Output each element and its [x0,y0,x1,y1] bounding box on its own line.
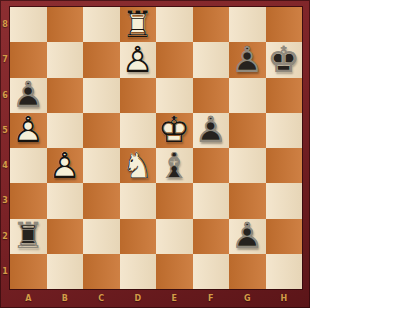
square-a7[interactable] [10,42,47,77]
square-g4[interactable] [229,148,266,183]
square-a3[interactable] [10,183,47,218]
square-h1[interactable] [266,254,303,289]
white-knight-outline: ♘ [122,148,154,184]
square-d6[interactable] [120,78,157,113]
piece-white-knight-d4[interactable]: ♞♘ [120,148,157,183]
square-g1[interactable] [229,254,266,289]
square-a4[interactable] [10,148,47,183]
square-g7[interactable]: ♟♙ [229,42,266,77]
square-e5[interactable]: ♚♔ [156,113,193,148]
square-c2[interactable] [83,219,120,254]
square-e8[interactable] [156,7,193,42]
square-h7[interactable]: ♚♔ [266,42,303,77]
rank-label-8: 8 [0,7,10,42]
white-pawn-outline: ♙ [12,112,44,148]
square-e2[interactable] [156,219,193,254]
square-f5[interactable]: ♟♙ [193,113,230,148]
white-pawn-outline: ♙ [122,42,154,78]
rank-label-4: 4 [0,148,10,183]
square-a1[interactable] [10,254,47,289]
square-b2[interactable] [47,219,84,254]
square-h8[interactable] [266,7,303,42]
file-label-e: E [156,289,193,308]
square-g2[interactable]: ♟♙ [229,219,266,254]
piece-black-pawn-g7[interactable]: ♟♙ [229,42,266,77]
black-rook-outline: ♖ [12,218,44,254]
square-g5[interactable] [229,113,266,148]
square-g6[interactable] [229,78,266,113]
square-h4[interactable] [266,148,303,183]
square-d8[interactable]: ♜♖ [120,7,157,42]
square-f4[interactable] [193,148,230,183]
white-pawn-outline: ♙ [49,148,81,184]
black-pawn-outline: ♙ [231,42,263,78]
piece-black-pawn-a6[interactable]: ♟♙ [10,78,47,113]
square-d4[interactable]: ♞♘ [120,148,157,183]
square-b3[interactable] [47,183,84,218]
white-rook-outline: ♖ [122,7,154,43]
white-king-outline: ♔ [158,112,190,148]
square-g3[interactable] [229,183,266,218]
board-squares: ♜♖♟♙♟♙♚♔♟♙♟♙♚♔♟♙♟♙♞♘♝♗♜♖♟♙ [10,7,302,289]
file-label-c: C [83,289,120,308]
square-a6[interactable]: ♟♙ [10,78,47,113]
file-label-b: B [47,289,84,308]
black-pawn-outline: ♙ [12,77,44,113]
square-f3[interactable] [193,183,230,218]
piece-white-rook-d8[interactable]: ♜♖ [120,7,157,42]
piece-white-pawn-a5[interactable]: ♟♙ [10,113,47,148]
square-g8[interactable] [229,7,266,42]
square-a5[interactable]: ♟♙ [10,113,47,148]
file-label-f: F [193,289,230,308]
black-pawn-outline: ♙ [231,218,263,254]
square-f8[interactable] [193,7,230,42]
square-b8[interactable] [47,7,84,42]
rank-label-7: 7 [0,42,10,77]
square-c6[interactable] [83,78,120,113]
file-label-g: G [229,289,266,308]
square-f7[interactable] [193,42,230,77]
square-f6[interactable] [193,78,230,113]
square-c4[interactable] [83,148,120,183]
square-h2[interactable] [266,219,303,254]
square-b6[interactable] [47,78,84,113]
square-e3[interactable] [156,183,193,218]
square-c8[interactable] [83,7,120,42]
rank-label-2: 2 [0,219,10,254]
square-b1[interactable] [47,254,84,289]
page: 87654321 ♜♖♟♙♟♙♚♔♟♙♟♙♚♔♟♙♟♙♞♘♝♗♜♖♟♙ ABCD… [0,0,414,311]
piece-black-rook-a2[interactable]: ♜♖ [10,219,47,254]
square-d2[interactable] [120,219,157,254]
square-h3[interactable] [266,183,303,218]
square-f1[interactable] [193,254,230,289]
square-b4[interactable]: ♟♙ [47,148,84,183]
square-c7[interactable] [83,42,120,77]
square-d7[interactable]: ♟♙ [120,42,157,77]
square-b7[interactable] [47,42,84,77]
piece-black-king-h7[interactable]: ♚♔ [266,42,303,77]
rank-labels: 87654321 [0,7,10,289]
chess-board: 87654321 ♜♖♟♙♟♙♚♔♟♙♟♙♚♔♟♙♟♙♞♘♝♗♜♖♟♙ ABCD… [0,0,310,308]
piece-white-pawn-d7[interactable]: ♟♙ [120,42,157,77]
piece-white-pawn-b4[interactable]: ♟♙ [47,148,84,183]
piece-black-pawn-f5[interactable]: ♟♙ [193,113,230,148]
file-labels: ABCDEFGH [10,289,302,308]
square-d3[interactable] [120,183,157,218]
file-label-d: D [120,289,157,308]
file-label-h: H [266,289,303,308]
square-d1[interactable] [120,254,157,289]
square-f2[interactable] [193,219,230,254]
square-c5[interactable] [83,113,120,148]
piece-black-pawn-g2[interactable]: ♟♙ [229,219,266,254]
square-h5[interactable] [266,113,303,148]
black-pawn-outline: ♙ [195,112,227,148]
square-a2[interactable]: ♜♖ [10,219,47,254]
rank-label-1: 1 [0,254,10,289]
square-h6[interactable] [266,78,303,113]
piece-white-king-e5[interactable]: ♚♔ [156,113,193,148]
square-c3[interactable] [83,183,120,218]
square-e4[interactable]: ♝♗ [156,148,193,183]
square-b5[interactable] [47,113,84,148]
black-bishop-outline: ♗ [158,148,190,184]
square-a8[interactable] [10,7,47,42]
file-label-a: A [10,289,47,308]
square-d5[interactable] [120,113,157,148]
square-e1[interactable] [156,254,193,289]
square-e6[interactable] [156,78,193,113]
piece-black-bishop-e4[interactable]: ♝♗ [156,148,193,183]
rank-label-6: 6 [0,78,10,113]
black-king-outline: ♔ [268,42,300,78]
square-c1[interactable] [83,254,120,289]
rank-label-5: 5 [0,113,10,148]
square-e7[interactable] [156,42,193,77]
rank-label-3: 3 [0,183,10,218]
